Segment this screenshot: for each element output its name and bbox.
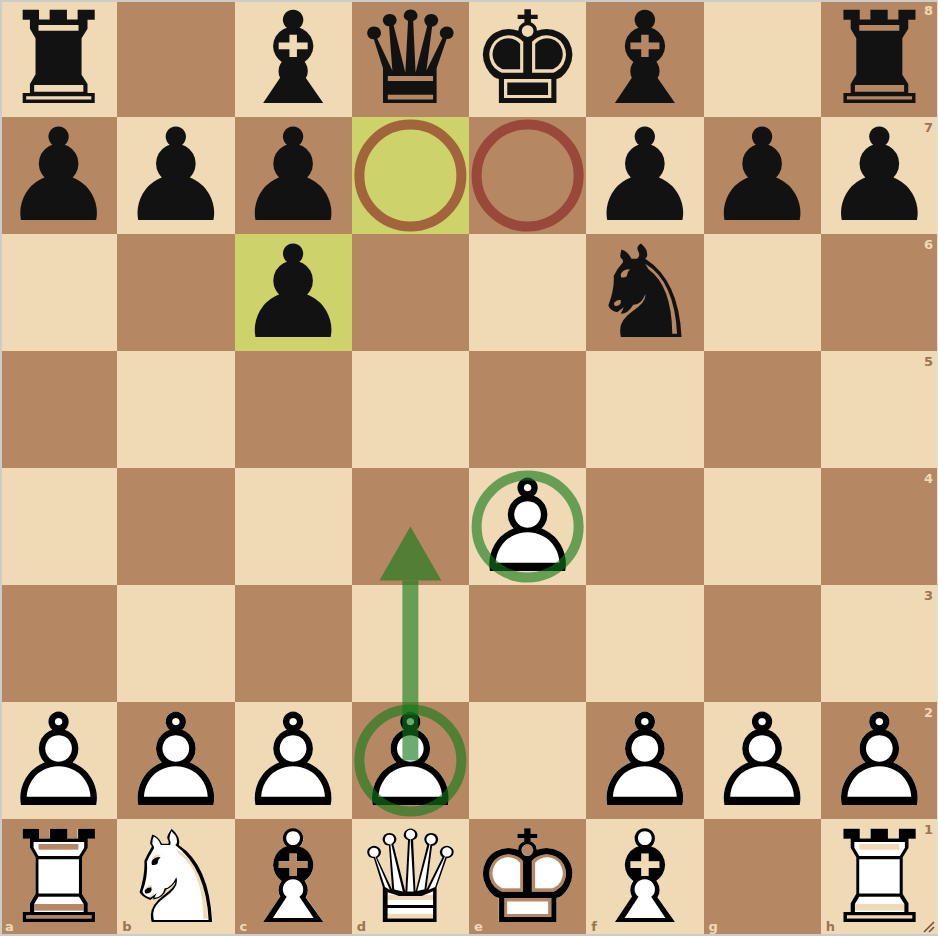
- piece-white-pawn[interactable]: ♟♙: [352, 702, 469, 819]
- white-queen-outline-glyph: ♕: [352, 819, 469, 936]
- black-rook-glyph: ♜: [0, 0, 117, 117]
- square-h5[interactable]: 5: [821, 351, 938, 468]
- square-f6[interactable]: ♞: [586, 234, 703, 351]
- white-bishop-outline-glyph: ♗: [586, 819, 703, 936]
- white-pawn-outline-glyph: ♙: [235, 702, 352, 819]
- resize-handle-icon[interactable]: [921, 919, 935, 933]
- piece-black-pawn[interactable]: ♟: [586, 117, 703, 234]
- square-d8[interactable]: ♛: [352, 0, 469, 117]
- piece-black-pawn[interactable]: ♟: [0, 117, 117, 234]
- square-a6[interactable]: [0, 234, 117, 351]
- piece-black-pawn[interactable]: ♟: [235, 234, 352, 351]
- square-h2[interactable]: ♟♙2: [821, 702, 938, 819]
- square-a5[interactable]: [0, 351, 117, 468]
- square-g3[interactable]: [704, 585, 821, 702]
- square-b8[interactable]: [117, 0, 234, 117]
- square-f1[interactable]: ♝♗f: [586, 819, 703, 936]
- piece-black-rook[interactable]: ♜: [0, 0, 117, 117]
- square-g1[interactable]: g: [704, 819, 821, 936]
- piece-black-queen[interactable]: ♛: [352, 0, 469, 117]
- white-pawn-glyph: ♟: [235, 702, 352, 819]
- white-bishop-glyph: ♝: [235, 819, 352, 936]
- white-pawn-outline-glyph: ♙: [704, 702, 821, 819]
- piece-black-bishop[interactable]: ♝: [586, 0, 703, 117]
- white-king-glyph: ♚: [469, 819, 586, 936]
- square-d6[interactable]: [352, 234, 469, 351]
- white-pawn-glyph: ♟: [704, 702, 821, 819]
- square-a4[interactable]: [0, 468, 117, 585]
- square-d5[interactable]: [352, 351, 469, 468]
- square-d4[interactable]: [352, 468, 469, 585]
- black-bishop-glyph: ♝: [586, 0, 703, 117]
- white-rook-glyph: ♜: [0, 819, 117, 936]
- black-pawn-glyph: ♟: [0, 117, 117, 234]
- square-a3[interactable]: [0, 585, 117, 702]
- piece-white-pawn[interactable]: ♟♙: [821, 702, 938, 819]
- white-pawn-glyph: ♟: [0, 702, 117, 819]
- piece-white-pawn[interactable]: ♟♙: [704, 702, 821, 819]
- chess-board[interactable]: ♜♝♛♚♝♜8♟♟♟♟♟♟7♟♞65♟♙43♟♙♟♙♟♙♟♙♟♙♟♙♟♙2♜♖a…: [0, 0, 938, 936]
- white-pawn-outline-glyph: ♙: [821, 702, 938, 819]
- square-c8[interactable]: ♝: [235, 0, 352, 117]
- piece-black-rook[interactable]: ♜: [821, 0, 938, 117]
- square-h6[interactable]: 6: [821, 234, 938, 351]
- white-king-outline-glyph: ♔: [469, 819, 586, 936]
- piece-white-pawn[interactable]: ♟♙: [469, 468, 586, 585]
- square-h3[interactable]: 3: [821, 585, 938, 702]
- black-pawn-glyph: ♟: [117, 117, 234, 234]
- square-a8[interactable]: ♜: [0, 0, 117, 117]
- coord-rank-4: 4: [924, 471, 933, 486]
- piece-white-bishop[interactable]: ♝♗: [235, 819, 352, 936]
- coord-rank-3: 3: [924, 588, 933, 603]
- piece-black-pawn[interactable]: ♟: [235, 117, 352, 234]
- square-c7[interactable]: ♟: [235, 117, 352, 234]
- white-pawn-outline-glyph: ♙: [0, 702, 117, 819]
- black-rook-glyph: ♜: [821, 0, 938, 117]
- board-frame: ♜♝♛♚♝♜8♟♟♟♟♟♟7♟♞65♟♙43♟♙♟♙♟♙♟♙♟♙♟♙♟♙2♜♖a…: [0, 0, 938, 936]
- square-a1[interactable]: ♜♖a: [0, 819, 117, 936]
- piece-white-queen[interactable]: ♛♕: [352, 819, 469, 936]
- square-d1[interactable]: ♛♕d: [352, 819, 469, 936]
- piece-white-pawn[interactable]: ♟♙: [0, 702, 117, 819]
- piece-white-pawn[interactable]: ♟♙: [117, 702, 234, 819]
- square-c6[interactable]: ♟: [235, 234, 352, 351]
- square-e6[interactable]: [469, 234, 586, 351]
- square-e3[interactable]: [469, 585, 586, 702]
- square-b4[interactable]: [117, 468, 234, 585]
- black-pawn-glyph: ♟: [704, 117, 821, 234]
- square-c1[interactable]: ♝♗c: [235, 819, 352, 936]
- coord-rank-6: 6: [924, 237, 933, 252]
- square-g7[interactable]: ♟: [704, 117, 821, 234]
- square-g5[interactable]: [704, 351, 821, 468]
- white-pawn-glyph: ♟: [469, 468, 586, 585]
- square-b3[interactable]: [117, 585, 234, 702]
- piece-black-knight[interactable]: ♞: [586, 234, 703, 351]
- white-queen-glyph: ♛: [352, 819, 469, 936]
- square-d7[interactable]: [352, 117, 469, 234]
- square-g4[interactable]: [704, 468, 821, 585]
- piece-black-bishop[interactable]: ♝: [235, 0, 352, 117]
- square-g6[interactable]: [704, 234, 821, 351]
- piece-white-king[interactable]: ♚♔: [469, 819, 586, 936]
- square-d3[interactable]: [352, 585, 469, 702]
- black-king-glyph: ♚: [469, 0, 586, 117]
- square-f5[interactable]: [586, 351, 703, 468]
- white-knight-outline-glyph: ♘: [117, 819, 234, 936]
- coord-file-g: g: [709, 919, 718, 934]
- black-knight-glyph: ♞: [586, 234, 703, 351]
- black-pawn-glyph: ♟: [821, 117, 938, 234]
- square-c2[interactable]: ♟♙: [235, 702, 352, 819]
- square-g8[interactable]: [704, 0, 821, 117]
- square-a7[interactable]: ♟: [0, 117, 117, 234]
- piece-black-pawn[interactable]: ♟: [821, 117, 938, 234]
- square-g2[interactable]: ♟♙: [704, 702, 821, 819]
- square-e2[interactable]: [469, 702, 586, 819]
- white-bishop-outline-glyph: ♗: [235, 819, 352, 936]
- white-pawn-outline-glyph: ♙: [117, 702, 234, 819]
- square-c5[interactable]: [235, 351, 352, 468]
- square-e5[interactable]: [469, 351, 586, 468]
- white-bishop-glyph: ♝: [586, 819, 703, 936]
- black-queen-glyph: ♛: [352, 0, 469, 117]
- square-f7[interactable]: ♟: [586, 117, 703, 234]
- square-e4[interactable]: ♟♙: [469, 468, 586, 585]
- square-h4[interactable]: 4: [821, 468, 938, 585]
- black-pawn-glyph: ♟: [235, 117, 352, 234]
- piece-white-rook[interactable]: ♜♖: [0, 819, 117, 936]
- square-f2[interactable]: ♟♙: [586, 702, 703, 819]
- piece-white-pawn[interactable]: ♟♙: [235, 702, 352, 819]
- square-d2[interactable]: ♟♙: [352, 702, 469, 819]
- square-c4[interactable]: [235, 468, 352, 585]
- square-b1[interactable]: ♞♘b: [117, 819, 234, 936]
- square-b5[interactable]: [117, 351, 234, 468]
- white-pawn-glyph: ♟: [117, 702, 234, 819]
- black-pawn-glyph: ♟: [235, 234, 352, 351]
- white-pawn-outline-glyph: ♙: [586, 702, 703, 819]
- piece-black-king[interactable]: ♚: [469, 0, 586, 117]
- square-h8[interactable]: ♜8: [821, 0, 938, 117]
- piece-black-pawn[interactable]: ♟: [117, 117, 234, 234]
- square-f8[interactable]: ♝: [586, 0, 703, 117]
- white-rook-outline-glyph: ♖: [0, 819, 117, 936]
- piece-white-pawn[interactable]: ♟♙: [586, 702, 703, 819]
- white-pawn-glyph: ♟: [586, 702, 703, 819]
- white-pawn-glyph: ♟: [821, 702, 938, 819]
- white-pawn-outline-glyph: ♙: [469, 468, 586, 585]
- piece-white-bishop[interactable]: ♝♗: [586, 819, 703, 936]
- black-pawn-glyph: ♟: [586, 117, 703, 234]
- coord-rank-5: 5: [924, 354, 933, 369]
- white-pawn-outline-glyph: ♙: [352, 702, 469, 819]
- square-h7[interactable]: ♟7: [821, 117, 938, 234]
- piece-black-pawn[interactable]: ♟: [704, 117, 821, 234]
- piece-white-knight[interactable]: ♞♘: [117, 819, 234, 936]
- square-e7[interactable]: [469, 117, 586, 234]
- square-f3[interactable]: [586, 585, 703, 702]
- square-a2[interactable]: ♟♙: [0, 702, 117, 819]
- square-b7[interactable]: ♟: [117, 117, 234, 234]
- square-e1[interactable]: ♚♔e: [469, 819, 586, 936]
- white-pawn-glyph: ♟: [352, 702, 469, 819]
- square-b2[interactable]: ♟♙: [117, 702, 234, 819]
- white-knight-glyph: ♞: [117, 819, 234, 936]
- black-bishop-glyph: ♝: [235, 0, 352, 117]
- square-e8[interactable]: ♚: [469, 0, 586, 117]
- square-f4[interactable]: [586, 468, 703, 585]
- square-c3[interactable]: [235, 585, 352, 702]
- square-b6[interactable]: [117, 234, 234, 351]
